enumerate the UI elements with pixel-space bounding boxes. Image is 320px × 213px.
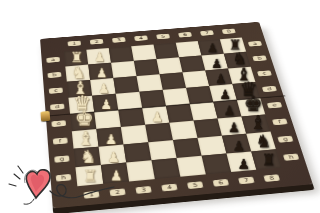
piece-white-pawn: ♟ bbox=[145, 111, 169, 124]
coordinate-tile: e bbox=[51, 120, 66, 127]
rank-label-8: 8 bbox=[256, 167, 287, 188]
square-d4 bbox=[139, 90, 166, 108]
piece-black-pawn: ♟ bbox=[209, 72, 232, 85]
coordinate-tile: c bbox=[257, 70, 272, 76]
square-b7: ♟ bbox=[202, 54, 229, 71]
coordinate-tile: 6 bbox=[178, 32, 192, 38]
coordinate-tile: 7 bbox=[238, 177, 255, 185]
square-d3 bbox=[116, 92, 142, 110]
square-a2: ♟ bbox=[86, 48, 111, 65]
square-e5 bbox=[166, 104, 194, 123]
square-g4 bbox=[148, 140, 176, 160]
coordinate-tile: 8 bbox=[263, 174, 280, 182]
square-e3 bbox=[118, 108, 145, 127]
coordinate-tile: 2 bbox=[90, 39, 104, 45]
coordinate-tile: a bbox=[46, 57, 60, 63]
piece-white-pawn: ♟ bbox=[90, 66, 113, 79]
file-label-f: f bbox=[47, 131, 73, 151]
square-h3 bbox=[126, 160, 155, 181]
coordinate-tile: b bbox=[252, 55, 267, 61]
coordinate-tile: 7 bbox=[200, 30, 214, 36]
coordinate-tile: 8 bbox=[222, 28, 236, 34]
square-h6 bbox=[202, 154, 232, 175]
coordinate-tile: b bbox=[47, 72, 61, 78]
coordinate-tile: f bbox=[53, 137, 68, 144]
curly-line bbox=[50, 185, 114, 198]
square-f6 bbox=[194, 119, 222, 138]
piece-white-pawn: ♟ bbox=[88, 51, 111, 63]
square-h4 bbox=[151, 158, 180, 179]
square-f7: ♟ bbox=[218, 117, 247, 136]
product-photo: { "game": "chess", "scene": { "descripti… bbox=[0, 0, 320, 213]
heart-sketch-rays bbox=[9, 166, 23, 186]
coordinate-tile: 4 bbox=[134, 35, 148, 41]
coordinate-tile: c bbox=[49, 87, 63, 93]
square-d7: ♟ bbox=[209, 84, 237, 102]
piece-black-knight: ♞ bbox=[251, 132, 276, 150]
file-label-e: e bbox=[46, 114, 72, 133]
square-e4: ♟ bbox=[142, 106, 169, 125]
coordinate-tile: g bbox=[277, 136, 293, 143]
piece-black-pawn: ♟ bbox=[226, 139, 251, 153]
coordinate-tile: d bbox=[262, 86, 277, 92]
piece-black-pawn: ♟ bbox=[222, 121, 247, 134]
coordinate-tile: 6 bbox=[213, 179, 229, 187]
square-f2: ♟ bbox=[96, 127, 123, 147]
piece-white-pawn: ♟ bbox=[99, 132, 124, 146]
piece-black-pawn: ♟ bbox=[217, 104, 241, 117]
piece-black-pawn: ♟ bbox=[213, 88, 237, 101]
rank-label-4: 4 bbox=[155, 177, 185, 199]
piece-white-pawn: ♟ bbox=[92, 82, 116, 95]
coordinate-tile: 3 bbox=[112, 37, 126, 43]
coordinate-tile: a bbox=[248, 41, 262, 47]
square-e6 bbox=[190, 102, 218, 121]
piece-black-rook: ♜ bbox=[256, 153, 282, 169]
coordinate-tile: e bbox=[267, 102, 282, 109]
square-a7: ♟ bbox=[198, 39, 224, 55]
square-f4 bbox=[145, 123, 173, 143]
square-b2: ♟ bbox=[88, 63, 113, 80]
piece-black-pawn: ♟ bbox=[231, 157, 257, 171]
piece-white-pawn: ♟ bbox=[94, 98, 118, 111]
coordinate-tile: 5 bbox=[156, 34, 170, 40]
rank-label-3: 3 bbox=[129, 179, 158, 201]
coordinate-tile: f bbox=[272, 118, 288, 125]
square-g3 bbox=[123, 142, 151, 162]
coordinate-tile: 4 bbox=[161, 184, 177, 192]
coordinate-tile: 3 bbox=[135, 186, 151, 194]
file-label-b: b bbox=[42, 66, 67, 83]
coordinate-tile: 5 bbox=[187, 181, 203, 189]
doodle-tail bbox=[24, 199, 34, 204]
square-e2 bbox=[94, 110, 121, 129]
coordinate-tile: d bbox=[50, 104, 64, 111]
coordinate-tile: 1 bbox=[67, 41, 81, 47]
piece-black-pawn: ♟ bbox=[205, 57, 228, 69]
square-f3 bbox=[121, 125, 148, 145]
piece-black-pawn: ♟ bbox=[201, 42, 224, 54]
coordinate-tile: h bbox=[283, 153, 299, 160]
heart-doodle bbox=[4, 158, 124, 212]
